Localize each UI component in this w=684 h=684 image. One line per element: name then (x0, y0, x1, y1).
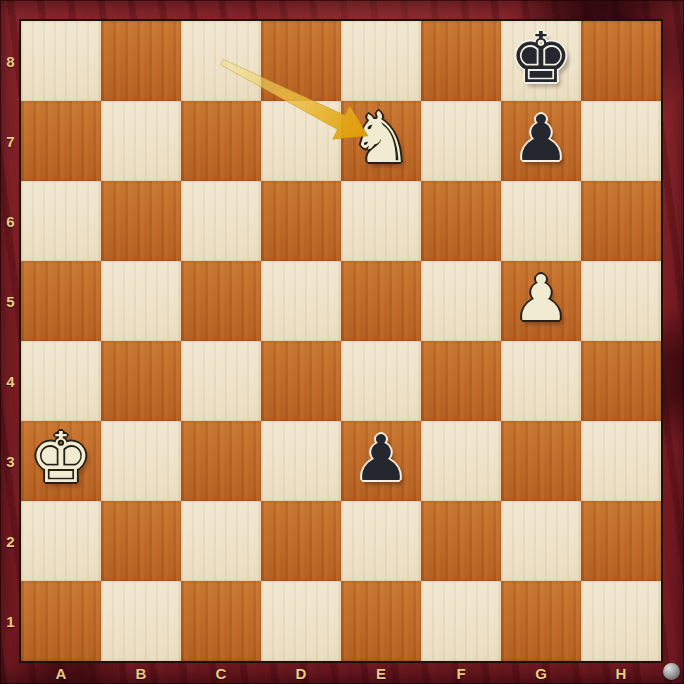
square-h5[interactable] (581, 261, 661, 341)
file-label-e: E (341, 662, 421, 684)
square-a1[interactable] (21, 581, 101, 661)
square-g2[interactable] (501, 501, 581, 581)
square-d8[interactable] (261, 21, 341, 101)
square-f2[interactable] (421, 501, 501, 581)
corner-ball-decoration (663, 663, 680, 680)
square-f6[interactable] (421, 181, 501, 261)
square-h7[interactable] (581, 101, 661, 181)
square-e1[interactable] (341, 581, 421, 661)
file-label-b: B (101, 662, 181, 684)
square-g3[interactable] (501, 421, 581, 501)
file-label-a: A (21, 662, 101, 684)
white-knight-e7[interactable]: ♞ (350, 103, 413, 173)
square-c1[interactable] (181, 581, 261, 661)
square-d6[interactable] (261, 181, 341, 261)
square-b5[interactable] (101, 261, 181, 341)
square-f5[interactable] (421, 261, 501, 341)
square-c2[interactable] (181, 501, 261, 581)
square-c6[interactable] (181, 181, 261, 261)
square-h1[interactable] (581, 581, 661, 661)
square-b3[interactable] (101, 421, 181, 501)
square-e4[interactable] (341, 341, 421, 421)
square-g6[interactable] (501, 181, 581, 261)
rank-label-7: 7 (0, 101, 21, 181)
square-f3[interactable] (421, 421, 501, 501)
square-g5[interactable]: ♟ (501, 261, 581, 341)
rank-label-2: 2 (0, 501, 21, 581)
square-f7[interactable] (421, 101, 501, 181)
white-pawn-g5[interactable]: ♟ (513, 267, 569, 330)
square-c5[interactable] (181, 261, 261, 341)
square-e3[interactable]: ♟ (341, 421, 421, 501)
file-label-h: H (581, 662, 661, 684)
rank-label-1: 1 (0, 581, 21, 661)
square-a8[interactable] (21, 21, 101, 101)
square-d4[interactable] (261, 341, 341, 421)
square-g8[interactable]: ♚ (501, 21, 581, 101)
square-d7[interactable] (261, 101, 341, 181)
square-d1[interactable] (261, 581, 341, 661)
square-a4[interactable] (21, 341, 101, 421)
square-b8[interactable] (101, 21, 181, 101)
square-d3[interactable] (261, 421, 341, 501)
rank-label-5: 5 (0, 261, 21, 341)
square-f8[interactable] (421, 21, 501, 101)
square-e2[interactable] (341, 501, 421, 581)
square-h6[interactable] (581, 181, 661, 261)
square-c3[interactable] (181, 421, 261, 501)
rank-label-6: 6 (0, 181, 21, 261)
square-d2[interactable] (261, 501, 341, 581)
square-h3[interactable] (581, 421, 661, 501)
black-pawn-e3[interactable]: ♟ (353, 427, 409, 490)
square-a5[interactable] (21, 261, 101, 341)
square-c8[interactable] (181, 21, 261, 101)
square-d5[interactable] (261, 261, 341, 341)
square-c7[interactable] (181, 101, 261, 181)
square-g7[interactable]: ♟ (501, 101, 581, 181)
rank-label-4: 4 (0, 341, 21, 421)
square-f4[interactable] (421, 341, 501, 421)
square-e7[interactable]: ♞ (341, 101, 421, 181)
file-label-c: C (181, 662, 261, 684)
white-king-a3[interactable]: ♚ (30, 423, 93, 493)
square-a2[interactable] (21, 501, 101, 581)
black-pawn-g7[interactable]: ♟ (513, 107, 569, 170)
square-a6[interactable] (21, 181, 101, 261)
square-h8[interactable] (581, 21, 661, 101)
square-g1[interactable] (501, 581, 581, 661)
square-e8[interactable] (341, 21, 421, 101)
square-a3[interactable]: ♚ (21, 421, 101, 501)
file-label-d: D (261, 662, 341, 684)
square-g4[interactable] (501, 341, 581, 421)
file-label-f: F (421, 662, 501, 684)
rank-label-8: 8 (0, 21, 21, 101)
file-label-g: G (501, 662, 581, 684)
square-e5[interactable] (341, 261, 421, 341)
square-f1[interactable] (421, 581, 501, 661)
chess-board: ♚♞♟♟♚♟ (21, 21, 661, 661)
square-e6[interactable] (341, 181, 421, 261)
square-b4[interactable] (101, 341, 181, 421)
chess-diagram: ♚♞♟♟♚♟ 87654321 ABCDEFGH (0, 0, 684, 684)
black-king-g8[interactable]: ♚ (510, 23, 573, 93)
square-c4[interactable] (181, 341, 261, 421)
square-b1[interactable] (101, 581, 181, 661)
square-b6[interactable] (101, 181, 181, 261)
square-b7[interactable] (101, 101, 181, 181)
square-h2[interactable] (581, 501, 661, 581)
rank-label-3: 3 (0, 421, 21, 501)
square-h4[interactable] (581, 341, 661, 421)
square-a7[interactable] (21, 101, 101, 181)
square-b2[interactable] (101, 501, 181, 581)
